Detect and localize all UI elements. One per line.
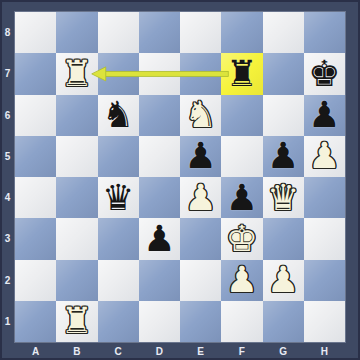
white-queen-g4[interactable]: ♛ (263, 177, 304, 218)
square-a5[interactable] (15, 136, 56, 177)
square-e7[interactable] (180, 53, 221, 94)
white-knight-e6[interactable]: ♞ (180, 95, 221, 136)
square-e1[interactable] (180, 301, 221, 342)
file-label-c: C (98, 343, 139, 360)
square-a6[interactable] (15, 95, 56, 136)
square-d7[interactable] (139, 53, 180, 94)
square-d6[interactable] (139, 95, 180, 136)
square-d8[interactable] (139, 12, 180, 53)
rank-label-6: 6 (0, 95, 15, 136)
black-pawn-h6[interactable]: ♟ (304, 95, 345, 136)
rank-label-7: 7 (0, 53, 15, 94)
square-g3[interactable] (263, 218, 304, 259)
chess-diagram: ♜♜♚♞♞♟♟♟♟♛♟♟♛♟♚♟♟♜ 87654321ABCDEFGH (0, 0, 360, 360)
square-b6[interactable] (56, 95, 97, 136)
square-d5[interactable] (139, 136, 180, 177)
square-e3[interactable] (180, 218, 221, 259)
file-label-g: G (263, 343, 304, 360)
file-label-d: D (139, 343, 180, 360)
rank-label-3: 3 (0, 218, 15, 259)
square-h8[interactable] (304, 12, 345, 53)
square-c3[interactable] (98, 218, 139, 259)
rank-label-5: 5 (0, 136, 15, 177)
black-pawn-e5[interactable]: ♟ (180, 136, 221, 177)
square-b3[interactable] (56, 218, 97, 259)
square-c7[interactable] (98, 53, 139, 94)
square-g7[interactable] (263, 53, 304, 94)
square-a3[interactable] (15, 218, 56, 259)
square-d4[interactable] (139, 177, 180, 218)
square-f6[interactable] (221, 95, 262, 136)
square-c8[interactable] (98, 12, 139, 53)
square-h4[interactable] (304, 177, 345, 218)
square-a8[interactable] (15, 12, 56, 53)
black-pawn-g5[interactable]: ♟ (263, 136, 304, 177)
square-h2[interactable] (304, 260, 345, 301)
square-a1[interactable] (15, 301, 56, 342)
rank-label-4: 4 (0, 177, 15, 218)
black-rook-f7[interactable]: ♜ (221, 53, 262, 94)
square-h1[interactable] (304, 301, 345, 342)
square-d2[interactable] (139, 260, 180, 301)
square-f8[interactable] (221, 12, 262, 53)
file-label-a: A (15, 343, 56, 360)
square-b4[interactable] (56, 177, 97, 218)
rank-label-2: 2 (0, 260, 15, 301)
black-pawn-f4[interactable]: ♟ (221, 177, 262, 218)
square-c2[interactable] (98, 260, 139, 301)
rank-label-1: 1 (0, 301, 15, 342)
white-rook-b1[interactable]: ♜ (56, 301, 97, 342)
white-pawn-g2[interactable]: ♟ (263, 260, 304, 301)
file-label-e: E (180, 343, 221, 360)
square-h3[interactable] (304, 218, 345, 259)
square-e2[interactable] (180, 260, 221, 301)
black-pawn-d3[interactable]: ♟ (139, 218, 180, 259)
square-g1[interactable] (263, 301, 304, 342)
white-pawn-f2[interactable]: ♟ (221, 260, 262, 301)
rank-label-8: 8 (0, 12, 15, 53)
black-queen-c4[interactable]: ♛ (98, 177, 139, 218)
white-king-f3[interactable]: ♚ (221, 218, 262, 259)
file-label-f: F (221, 343, 262, 360)
square-g8[interactable] (263, 12, 304, 53)
square-b8[interactable] (56, 12, 97, 53)
square-f5[interactable] (221, 136, 262, 177)
square-b2[interactable] (56, 260, 97, 301)
white-pawn-e4[interactable]: ♟ (180, 177, 221, 218)
file-label-h: H (304, 343, 345, 360)
square-a7[interactable] (15, 53, 56, 94)
square-e8[interactable] (180, 12, 221, 53)
white-rook-b7[interactable]: ♜ (56, 53, 97, 94)
square-a4[interactable] (15, 177, 56, 218)
square-b5[interactable] (56, 136, 97, 177)
square-c5[interactable] (98, 136, 139, 177)
square-f1[interactable] (221, 301, 262, 342)
black-king-h7[interactable]: ♚ (304, 53, 345, 94)
file-label-b: B (56, 343, 97, 360)
black-knight-c6[interactable]: ♞ (98, 95, 139, 136)
square-a2[interactable] (15, 260, 56, 301)
white-pawn-h5[interactable]: ♟ (304, 136, 345, 177)
square-c1[interactable] (98, 301, 139, 342)
square-g6[interactable] (263, 95, 304, 136)
square-d1[interactable] (139, 301, 180, 342)
